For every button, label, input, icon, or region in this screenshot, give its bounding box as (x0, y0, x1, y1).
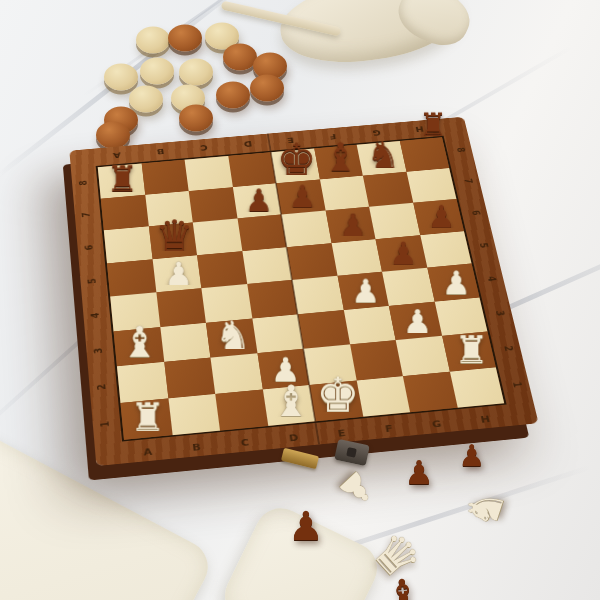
offboard-white-pawn-lying[interactable]: ♟ (332, 463, 383, 514)
file-label-d: D (243, 139, 252, 148)
square-b3[interactable] (160, 322, 211, 361)
square-g3[interactable]: ♟ (389, 301, 442, 340)
square-g7[interactable] (363, 172, 413, 207)
checker-light[interactable] (140, 58, 174, 85)
dark-king-e8[interactable]: ♚ (275, 137, 319, 181)
square-h4[interactable]: ♟ (427, 264, 480, 302)
square-c3[interactable]: ♞ (206, 318, 257, 357)
square-h5[interactable] (420, 231, 472, 268)
square-a3[interactable]: ♝ (114, 327, 164, 367)
rank-label-8: 8 (455, 147, 467, 153)
checker-dark[interactable] (96, 122, 130, 149)
square-b6[interactable]: ♛ (148, 222, 197, 259)
square-g8[interactable]: ♞ (357, 141, 406, 175)
white-pawn-g3[interactable]: ♟ (394, 305, 440, 338)
offboard-dark-pawn-standing[interactable]: ♟ (288, 506, 324, 546)
rank-label-4: 4 (88, 312, 101, 319)
offboard-dark-bishop-standing-clipped[interactable]: ♝ (383, 572, 423, 600)
square-g2[interactable] (396, 336, 450, 376)
square-c8[interactable] (185, 156, 233, 191)
dark-queen-b6[interactable]: ♛ (151, 214, 196, 258)
square-b4[interactable] (156, 288, 206, 326)
checker-light[interactable] (136, 27, 170, 54)
rank-label-5: 5 (85, 278, 97, 284)
file-label-b: B (156, 147, 165, 156)
brass-plate (281, 448, 319, 469)
dark-knight-g8[interactable]: ♞ (362, 136, 406, 173)
square-d5[interactable] (242, 247, 292, 284)
checker-dark[interactable] (179, 105, 213, 132)
offboard-dark-pawn-standing[interactable]: ♟ (404, 456, 434, 489)
square-e4[interactable] (292, 276, 343, 314)
checker-dark[interactable] (223, 44, 257, 71)
white-king-e1[interactable]: ♚ (314, 371, 362, 419)
captured-dark-rook-on-rim[interactable]: ♜ (415, 119, 445, 138)
checker-dark[interactable] (216, 82, 250, 109)
square-f4[interactable]: ♟ (337, 272, 389, 310)
checker-light[interactable] (104, 64, 138, 91)
square-a1[interactable]: ♜ (120, 398, 172, 440)
square-e6[interactable] (281, 211, 331, 247)
square-c6[interactable] (193, 218, 242, 254)
square-g4[interactable] (382, 268, 434, 306)
rank-label-1: 1 (98, 421, 111, 428)
square-c1[interactable] (215, 389, 268, 430)
square-e5[interactable] (287, 243, 338, 280)
square-a8[interactable]: ♜ (98, 163, 145, 198)
square-d1[interactable]: ♝ (262, 385, 315, 426)
white-knight-c3[interactable]: ♞ (210, 315, 257, 355)
square-b2[interactable] (164, 358, 215, 398)
offboard-white-knight-lying[interactable]: ♞ (458, 482, 512, 533)
square-b1[interactable] (168, 394, 220, 436)
square-f1[interactable] (356, 376, 410, 417)
chess-board: ABCDEFGH ABCDEFGH 87654321 87654321 ♜♚♝♞… (69, 117, 538, 466)
white-pawn-h4[interactable]: ♟ (433, 267, 479, 299)
dark-rook-glyph: ♜ (419, 109, 445, 141)
square-g1[interactable] (403, 371, 457, 412)
board-grid: ♜♚♝♞♟♟♛♟♟♟♟♟♟♝♞♟♟♜♜♝♚ (96, 136, 507, 442)
square-f6[interactable]: ♟ (325, 207, 375, 243)
dark-pawn-h6[interactable]: ♟ (418, 201, 463, 232)
square-c5[interactable] (197, 251, 247, 288)
rank-label-7: 7 (462, 178, 475, 184)
rank-label-1: 1 (511, 381, 525, 388)
white-rook-h2[interactable]: ♜ (448, 331, 495, 369)
square-c2[interactable] (210, 353, 262, 393)
rank-label-2: 2 (95, 383, 108, 390)
offboard-dark-pawn-standing[interactable]: ♟ (459, 441, 486, 471)
square-e1[interactable]: ♚ (309, 380, 363, 421)
checker-light[interactable] (129, 86, 163, 113)
white-bishop-a3[interactable]: ♝ (116, 322, 163, 364)
checker-light[interactable] (179, 59, 213, 86)
white-pawn-f4[interactable]: ♟ (342, 275, 388, 307)
square-b5[interactable]: ♟ (152, 255, 201, 293)
square-d4[interactable] (247, 280, 298, 318)
square-h2[interactable]: ♜ (442, 332, 496, 372)
square-g5[interactable]: ♟ (375, 235, 426, 272)
square-b8[interactable] (141, 160, 188, 195)
rank-label-7: 7 (80, 212, 92, 218)
dark-pawn-e7[interactable]: ♟ (280, 181, 324, 212)
white-rook-a1[interactable]: ♜ (123, 398, 171, 437)
square-e7[interactable]: ♟ (276, 179, 325, 214)
square-h7[interactable] (406, 168, 456, 203)
scene: ABCDEFGH ABCDEFGH 87654321 87654321 ♜♚♝♞… (0, 0, 600, 600)
square-a6[interactable] (104, 226, 152, 263)
square-d7[interactable]: ♟ (232, 183, 281, 218)
square-f8[interactable]: ♝ (314, 145, 363, 179)
square-g6[interactable] (369, 203, 420, 239)
square-h1[interactable] (449, 367, 504, 408)
dark-pawn-g5[interactable]: ♟ (381, 238, 426, 270)
white-bishop-d1[interactable]: ♝ (267, 380, 315, 423)
square-a5[interactable] (107, 259, 156, 297)
checker-dark[interactable] (168, 25, 202, 52)
dark-pawn-f6[interactable]: ♟ (330, 209, 375, 240)
dark-bishop-f8[interactable]: ♝ (318, 138, 362, 177)
file-label-b: B (192, 441, 202, 452)
dark-pawn-d7[interactable]: ♟ (236, 185, 280, 216)
checker-dark[interactable] (250, 75, 284, 102)
square-h6[interactable]: ♟ (413, 199, 464, 235)
dark-rook-a8[interactable]: ♜ (100, 161, 144, 197)
